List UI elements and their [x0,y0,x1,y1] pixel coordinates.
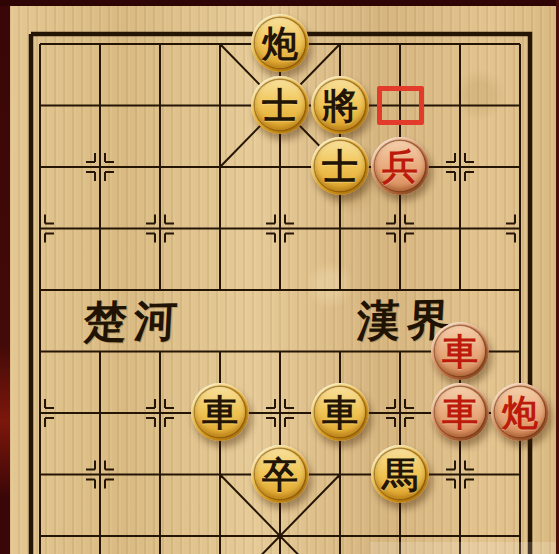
black-horse-glyph: 馬 [382,456,418,492]
frame-strip-left [0,0,10,554]
piece-face: 車 [435,326,485,376]
piece-face: 兵 [375,141,425,191]
piece-red-cannon[interactable]: 炮 [491,383,549,441]
piece-black-general[interactable]: 將 [311,76,369,134]
piece-face: 卒 [255,449,305,499]
piece-face: 將 [315,80,365,130]
red-chariot-1-glyph: 車 [442,333,478,369]
black-chariot-1-glyph: 車 [202,394,238,430]
black-general-glyph: 將 [322,87,358,123]
piece-face: 士 [315,141,365,191]
piece-black-chariot-2[interactable]: 車 [311,383,369,441]
piece-red-chariot-1[interactable]: 車 [431,322,489,380]
piece-black-soldier[interactable]: 卒 [251,445,309,503]
piece-face: 車 [195,387,245,437]
black-chariot-2-glyph: 車 [322,394,358,430]
piece-face: 馬 [375,449,425,499]
piece-black-advisor-1[interactable]: 士 [251,76,309,134]
piece-red-chariot-2[interactable]: 車 [431,383,489,441]
red-soldier-glyph: 兵 [382,148,418,184]
black-advisor-2-glyph: 士 [322,148,358,184]
piece-face: 士 [255,80,305,130]
red-cannon-glyph: 炮 [502,394,538,430]
piece-face: 車 [315,387,365,437]
black-advisor-1-glyph: 士 [262,87,298,123]
black-soldier-glyph: 卒 [262,456,298,492]
piece-black-advisor-2[interactable]: 士 [311,137,369,195]
piece-black-chariot-1[interactable]: 車 [191,383,249,441]
black-cannon-glyph: 炮 [262,25,298,61]
piece-face: 車 [435,387,485,437]
river-label-chu-he: 楚河 [82,292,185,352]
piece-black-cannon[interactable]: 炮 [251,14,309,72]
red-chariot-2-glyph: 車 [442,394,478,430]
last-move-marker [377,86,424,125]
piece-black-horse[interactable]: 馬 [371,445,429,503]
piece-red-soldier[interactable]: 兵 [371,137,429,195]
frame-strip-top [0,0,559,6]
xiangqi-board[interactable]: 楚河 漢界 炮士將士兵車車車車炮卒馬 [0,0,559,554]
watermark-haze [370,542,559,554]
piece-face: 炮 [495,387,545,437]
piece-face: 炮 [255,18,305,68]
